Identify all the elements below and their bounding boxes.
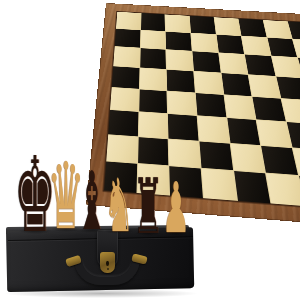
board-square: [221, 73, 251, 96]
board-square: [242, 36, 271, 56]
board-square: [192, 51, 220, 72]
board-square: [165, 14, 190, 32]
board-square: [219, 53, 248, 74]
case-drop-shadow: [4, 289, 198, 298]
board-square: [168, 114, 198, 140]
board-square: [196, 93, 226, 118]
board-square: [272, 56, 300, 77]
board-square: [167, 70, 195, 92]
board-square: [113, 47, 139, 68]
board-square: [167, 91, 196, 115]
board-square: [191, 33, 218, 52]
board-square: [141, 13, 165, 31]
board-square: [138, 112, 167, 138]
light-pawn-piece: ♟: [162, 173, 190, 243]
board-square: [249, 75, 281, 98]
board-square: [166, 32, 192, 51]
board-square: [230, 144, 265, 173]
board-square: [139, 89, 167, 113]
board-square: [201, 169, 236, 201]
board-square: [106, 135, 137, 163]
board-square: [108, 110, 138, 136]
light-knight-piece: ♞: [104, 168, 134, 242]
board-square: [266, 174, 300, 206]
board-square: [224, 95, 256, 120]
board-square: [112, 66, 139, 88]
board-square: [194, 71, 223, 94]
board-square: [199, 141, 232, 170]
board-square: [234, 171, 271, 203]
chess-set-product-photo: ♚♛♝♞♜♟: [0, 0, 300, 300]
board-square: [214, 17, 241, 35]
board-square: [276, 77, 300, 100]
board-square: [115, 29, 140, 48]
board-square: [197, 116, 229, 143]
board-square: [245, 55, 275, 76]
board-square: [116, 12, 141, 30]
dark-rook-piece: ♜: [133, 169, 164, 245]
board-square: [110, 87, 139, 111]
board-square: [140, 30, 165, 49]
board-square: [239, 19, 267, 37]
board-square: [166, 50, 193, 71]
board-square: [190, 16, 216, 34]
board-square: [139, 68, 166, 90]
board-square: [227, 118, 260, 145]
board-square: [140, 48, 166, 69]
board-square: [169, 139, 201, 168]
board-square: [216, 35, 244, 55]
